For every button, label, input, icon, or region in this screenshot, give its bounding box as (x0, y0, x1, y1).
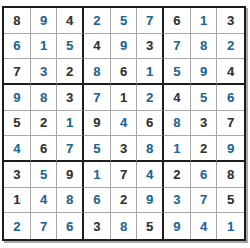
cell-r8c6[interactable]: 9 (137, 188, 164, 214)
given-digit: 1 (13, 193, 20, 206)
given-digit: 2 (173, 168, 180, 181)
given-digit: 6 (173, 14, 180, 27)
cell-r2c2[interactable]: 1 (31, 34, 58, 60)
cell-r9c7[interactable]: 9 (164, 213, 191, 239)
cell-r8c3[interactable]: 8 (57, 188, 84, 214)
given-digit: 8 (227, 168, 234, 181)
solved-digit: 9 (40, 14, 47, 27)
solved-digit: 1 (173, 142, 180, 155)
given-digit: 6 (120, 65, 127, 78)
cell-r3c1[interactable]: 7 (4, 59, 31, 85)
cell-r3c5[interactable]: 6 (111, 59, 138, 85)
given-digit: 7 (227, 116, 234, 129)
cell-r6c6[interactable]: 8 (137, 136, 164, 162)
solved-digit: 5 (66, 39, 73, 52)
cell-r6c8[interactable]: 2 (191, 136, 218, 162)
cell-r2c1[interactable]: 6 (4, 34, 31, 60)
solved-digit: 1 (93, 168, 100, 181)
cell-r4c3[interactable]: 3 (57, 85, 84, 111)
sudoku-page: 8942576136154937827328615949837124565219… (0, 0, 250, 248)
solved-digit: 8 (173, 116, 180, 129)
solved-digit: 8 (146, 142, 153, 155)
given-digit: 4 (173, 91, 180, 104)
solved-digit: 1 (66, 116, 73, 129)
given-digit: 2 (66, 65, 73, 78)
cell-r1c8[interactable]: 1 (191, 8, 218, 34)
solved-digit: 3 (173, 193, 180, 206)
cell-r4c4[interactable]: 7 (84, 85, 111, 111)
cell-r7c6[interactable]: 4 (137, 162, 164, 188)
cell-r7c9[interactable]: 8 (217, 162, 244, 188)
solved-digit: 2 (227, 39, 234, 52)
cell-r4c2[interactable]: 8 (31, 85, 58, 111)
given-digit: 3 (13, 168, 20, 181)
cell-r9c4[interactable]: 3 (84, 213, 111, 239)
solved-digit: 2 (93, 14, 100, 27)
cell-r5c6[interactable]: 6 (137, 111, 164, 137)
cell-r3c7[interactable]: 5 (164, 59, 191, 85)
cell-r7c4[interactable]: 1 (84, 162, 111, 188)
cell-r8c9[interactable]: 5 (217, 188, 244, 214)
cell-r5c8[interactable]: 3 (191, 111, 218, 137)
given-digit: 4 (227, 65, 234, 78)
solved-digit: 4 (13, 142, 20, 155)
cell-r3c6[interactable]: 1 (137, 59, 164, 85)
solved-digit: 2 (146, 91, 153, 104)
cell-r4c9[interactable]: 6 (217, 85, 244, 111)
cell-r6c4[interactable]: 5 (84, 136, 111, 162)
given-digit: 4 (66, 14, 73, 27)
cell-r6c7[interactable]: 1 (164, 136, 191, 162)
given-digit: 1 (120, 91, 127, 104)
solved-digit: 8 (200, 39, 207, 52)
solved-digit: 6 (227, 91, 234, 104)
solved-digit: 4 (120, 116, 127, 129)
given-digit: 3 (66, 91, 73, 104)
cell-r6c5[interactable]: 3 (111, 136, 138, 162)
cell-r2c7[interactable]: 7 (164, 34, 191, 60)
given-digit: 9 (66, 168, 73, 181)
cell-r5c1[interactable]: 5 (4, 111, 31, 137)
cell-r8c5[interactable]: 2 (111, 188, 138, 214)
solved-digit: 6 (93, 193, 100, 206)
cell-r9c3[interactable]: 6 (57, 213, 84, 239)
given-digit: 5 (227, 193, 234, 206)
given-digit: 3 (146, 39, 153, 52)
given-digit: 5 (146, 220, 153, 233)
given-digit: 9 (93, 116, 100, 129)
cell-r8c8[interactable]: 7 (191, 188, 218, 214)
cell-r9c8[interactable]: 4 (191, 213, 218, 239)
given-digit: 2 (40, 116, 47, 129)
solved-digit: 5 (200, 91, 207, 104)
cell-r1c3[interactable]: 4 (57, 8, 84, 34)
solved-digit: 1 (227, 220, 234, 233)
cell-r1c5[interactable]: 5 (111, 8, 138, 34)
cell-r9c9[interactable]: 1 (217, 213, 244, 239)
cell-r5c5[interactable]: 4 (111, 111, 138, 137)
given-digit: 3 (120, 142, 127, 155)
cell-r8c2[interactable]: 4 (31, 188, 58, 214)
solved-digit: 3 (40, 65, 47, 78)
cell-r9c6[interactable]: 5 (137, 213, 164, 239)
cell-r4c7[interactable]: 4 (164, 85, 191, 111)
given-digit: 6 (146, 116, 153, 129)
cell-r6c1[interactable]: 4 (4, 136, 31, 162)
cell-r7c7[interactable]: 2 (164, 162, 191, 188)
cell-r1c1[interactable]: 8 (4, 8, 31, 34)
solved-digit: 6 (13, 39, 20, 52)
given-digit: 6 (40, 142, 47, 155)
cell-r7c5[interactable]: 7 (111, 162, 138, 188)
cell-r9c5[interactable]: 8 (111, 213, 138, 239)
cell-r9c2[interactable]: 7 (31, 213, 58, 239)
cell-r3c9[interactable]: 4 (217, 59, 244, 85)
cell-r7c8[interactable]: 6 (191, 162, 218, 188)
solved-digit: 6 (200, 168, 207, 181)
solved-digit: 7 (93, 91, 100, 104)
cell-r3c4[interactable]: 8 (84, 59, 111, 85)
solved-digit: 9 (13, 91, 20, 104)
cell-r2c3[interactable]: 5 (57, 34, 84, 60)
cell-r7c2[interactable]: 5 (31, 162, 58, 188)
solved-digit: 5 (93, 142, 100, 155)
solved-digit: 9 (146, 193, 153, 206)
cell-r2c9[interactable]: 2 (217, 34, 244, 60)
cell-r1c7[interactable]: 6 (164, 8, 191, 34)
solved-digit: 7 (173, 39, 180, 52)
cell-r8c1[interactable]: 1 (4, 188, 31, 214)
cell-r3c2[interactable]: 3 (31, 59, 58, 85)
given-digit: 2 (120, 193, 127, 206)
cell-r1c2[interactable]: 9 (31, 8, 58, 34)
cell-r4c5[interactable]: 1 (111, 85, 138, 111)
cell-r7c3[interactable]: 9 (57, 162, 84, 188)
solved-digit: 7 (200, 193, 207, 206)
cell-r2c6[interactable]: 3 (137, 34, 164, 60)
solved-digit: 2 (13, 220, 20, 233)
solved-digit: 1 (40, 39, 47, 52)
cell-r5c4[interactable]: 9 (84, 111, 111, 137)
cell-r3c3[interactable]: 2 (57, 59, 84, 85)
cell-r4c6[interactable]: 2 (137, 85, 164, 111)
solved-digit: 9 (173, 220, 180, 233)
given-digit: 4 (93, 39, 100, 52)
cell-r1c9[interactable]: 3 (217, 8, 244, 34)
solved-digit: 5 (120, 14, 127, 27)
cell-r5c7[interactable]: 8 (164, 111, 191, 137)
cell-r5c2[interactable]: 2 (31, 111, 58, 137)
cell-r6c3[interactable]: 7 (57, 136, 84, 162)
solved-digit: 4 (200, 220, 207, 233)
cell-r6c9[interactable]: 9 (217, 136, 244, 162)
given-digit: 3 (227, 14, 234, 27)
solved-digit: 1 (146, 65, 153, 78)
solved-digit: 1 (200, 14, 207, 27)
solved-digit: 9 (200, 65, 207, 78)
solved-digit: 7 (146, 14, 153, 27)
cell-r7c1[interactable]: 3 (4, 162, 31, 188)
sudoku-board: 8942576136154937827328615949837124565219… (2, 6, 246, 241)
given-digit: 8 (13, 14, 20, 27)
solved-digit: 4 (40, 193, 47, 206)
cell-r1c4[interactable]: 2 (84, 8, 111, 34)
solved-digit: 7 (40, 220, 47, 233)
cell-r1c6[interactable]: 7 (137, 8, 164, 34)
solved-digit: 6 (66, 220, 73, 233)
solved-digit: 8 (120, 220, 127, 233)
given-digit: 7 (13, 65, 20, 78)
solved-digit: 8 (40, 91, 47, 104)
cell-r4c8[interactable]: 5 (191, 85, 218, 111)
solved-digit: 8 (66, 193, 73, 206)
solved-digit: 9 (227, 142, 234, 155)
cell-r8c4[interactable]: 6 (84, 188, 111, 214)
cell-r9c1[interactable]: 2 (4, 213, 31, 239)
solved-digit: 9 (120, 39, 127, 52)
cell-r2c8[interactable]: 8 (191, 34, 218, 60)
cell-r2c5[interactable]: 9 (111, 34, 138, 60)
given-digit: 7 (120, 168, 127, 181)
given-digit: 5 (13, 116, 20, 129)
cell-r5c3[interactable]: 1 (57, 111, 84, 137)
cell-r4c1[interactable]: 9 (4, 85, 31, 111)
cell-r6c2[interactable]: 6 (31, 136, 58, 162)
solved-digit: 5 (173, 65, 180, 78)
given-digit: 3 (93, 220, 100, 233)
cell-r8c7[interactable]: 3 (164, 188, 191, 214)
solved-digit: 7 (66, 142, 73, 155)
given-digit: 3 (200, 116, 207, 129)
cell-r3c8[interactable]: 9 (191, 59, 218, 85)
solved-digit: 5 (40, 168, 47, 181)
cell-r2c4[interactable]: 4 (84, 34, 111, 60)
cell-r5c9[interactable]: 7 (217, 111, 244, 137)
given-digit: 2 (200, 142, 207, 155)
solved-digit: 4 (146, 168, 153, 181)
solved-digit: 8 (93, 65, 100, 78)
